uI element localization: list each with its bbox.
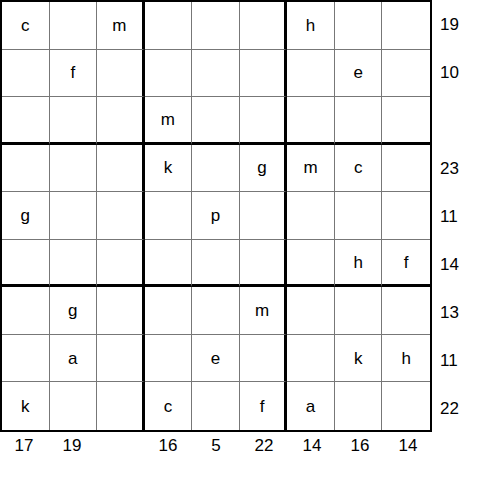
- sudoku-grid: cmhfemkgmcgphfgmaekhkcfa: [0, 0, 432, 432]
- grid-cell-r9c8[interactable]: [335, 382, 383, 430]
- grid-cell-r6c9[interactable]: f: [382, 240, 430, 288]
- cell-letter: c: [164, 398, 173, 415]
- cell-letter: c: [21, 17, 30, 34]
- cell-letter: h: [353, 254, 362, 271]
- grid-cell-r3c9[interactable]: [382, 97, 430, 145]
- grid-cell-r4c1[interactable]: [2, 145, 50, 193]
- row-clue-5: 11: [432, 192, 480, 240]
- grid-cell-r1c5[interactable]: [192, 2, 240, 50]
- grid-cell-r5c6[interactable]: [240, 192, 288, 240]
- grid-cell-r3c5[interactable]: [192, 97, 240, 145]
- cell-letter: p: [211, 207, 220, 224]
- column-clue-1: 17: [0, 432, 48, 480]
- grid-cell-r9c9[interactable]: [382, 382, 430, 430]
- column-clue-2: 19: [48, 432, 96, 480]
- grid-cell-r4c9[interactable]: [382, 145, 430, 193]
- grid-cell-r5c9[interactable]: [382, 192, 430, 240]
- grid-cell-r9c4[interactable]: c: [145, 382, 193, 430]
- cell-letter: h: [306, 17, 315, 34]
- column-clue-8: 16: [336, 432, 384, 480]
- grid-cell-r3c2[interactable]: [50, 97, 98, 145]
- grid-cell-r5c1[interactable]: g: [2, 192, 50, 240]
- grid-cell-r1c6[interactable]: [240, 2, 288, 50]
- cell-letter: g: [21, 207, 30, 224]
- grid-cell-r4c7[interactable]: m: [287, 145, 335, 193]
- column-clue-5: 5: [192, 432, 240, 480]
- cell-letter: c: [354, 159, 363, 176]
- grid-cell-r8c6[interactable]: [240, 335, 288, 383]
- grid-cell-r6c2[interactable]: [50, 240, 98, 288]
- cell-letter: k: [354, 350, 363, 367]
- grid-cell-r6c7[interactable]: [287, 240, 335, 288]
- cell-letter: k: [164, 159, 173, 176]
- grid-cell-r2c1[interactable]: [2, 50, 50, 98]
- grid-cell-r2c6[interactable]: [240, 50, 288, 98]
- cell-letter: m: [112, 17, 126, 34]
- grid-cell-r4c8[interactable]: c: [335, 145, 383, 193]
- grid-cell-r8c1[interactable]: [2, 335, 50, 383]
- cell-letter: f: [404, 254, 409, 271]
- row-clue-6: 14: [432, 240, 480, 288]
- grid-cell-r6c8[interactable]: h: [335, 240, 383, 288]
- cell-letter: k: [21, 398, 30, 415]
- grid-cell-r2c8[interactable]: e: [335, 50, 383, 98]
- grid-cell-r8c7[interactable]: [287, 335, 335, 383]
- grid-cell-r8c4[interactable]: [145, 335, 193, 383]
- grid-cell-r1c7[interactable]: h: [287, 2, 335, 50]
- row-clue-3: [432, 96, 480, 144]
- grid-cell-r7c9[interactable]: [382, 287, 430, 335]
- grid-cell-r2c2[interactable]: f: [50, 50, 98, 98]
- grid-cell-r7c5[interactable]: [192, 287, 240, 335]
- grid-cell-r5c5[interactable]: p: [192, 192, 240, 240]
- grid-cell-r3c6[interactable]: [240, 97, 288, 145]
- grid-cell-r8c2[interactable]: a: [50, 335, 98, 383]
- grid-cell-r5c8[interactable]: [335, 192, 383, 240]
- grid-cell-r9c1[interactable]: k: [2, 382, 50, 430]
- row-clues: 1910231114131122: [432, 0, 480, 432]
- grid-cell-r3c8[interactable]: [335, 97, 383, 145]
- grid-cell-r3c3[interactable]: [97, 97, 145, 145]
- grid-cell-r7c6[interactable]: m: [240, 287, 288, 335]
- row-clue-2: 10: [432, 48, 480, 96]
- grid-cell-r7c1[interactable]: [2, 287, 50, 335]
- grid-cell-r6c6[interactable]: [240, 240, 288, 288]
- cell-letter: g: [257, 159, 266, 176]
- grid-cell-r8c8[interactable]: k: [335, 335, 383, 383]
- grid-cell-r7c3[interactable]: [97, 287, 145, 335]
- grid-cell-r9c3[interactable]: [97, 382, 145, 430]
- column-clue-3: [96, 432, 144, 480]
- grid-cell-r7c7[interactable]: [287, 287, 335, 335]
- grid-cell-r5c3[interactable]: [97, 192, 145, 240]
- row-clue-7: 13: [432, 288, 480, 336]
- grid-cell-r2c9[interactable]: [382, 50, 430, 98]
- cell-letter: a: [306, 398, 315, 415]
- grid-cell-r9c5[interactable]: [192, 382, 240, 430]
- cell-letter: e: [211, 350, 220, 367]
- grid-cell-r2c3[interactable]: [97, 50, 145, 98]
- grid-cell-r9c7[interactable]: a: [287, 382, 335, 430]
- cell-letter: f: [260, 398, 265, 415]
- grid-cell-r8c5[interactable]: e: [192, 335, 240, 383]
- grid-cell-r4c5[interactable]: [192, 145, 240, 193]
- row-clue-9: 22: [432, 384, 480, 432]
- grid-cell-r1c9[interactable]: [382, 2, 430, 50]
- column-clues: 171916522141614: [0, 432, 432, 480]
- grid-cell-r5c2[interactable]: [50, 192, 98, 240]
- grid-cell-r2c7[interactable]: [287, 50, 335, 98]
- column-clue-6: 22: [240, 432, 288, 480]
- grid-cell-r7c8[interactable]: [335, 287, 383, 335]
- grid-cell-r7c4[interactable]: [145, 287, 193, 335]
- cell-letter: m: [304, 159, 318, 176]
- grid-cell-r9c6[interactable]: f: [240, 382, 288, 430]
- grid-cell-r4c2[interactable]: [50, 145, 98, 193]
- grid-cell-r2c4[interactable]: [145, 50, 193, 98]
- grid-cell-r3c4[interactable]: m: [145, 97, 193, 145]
- cell-letter: m: [255, 302, 269, 319]
- cell-letter: g: [68, 302, 77, 319]
- row-clue-1: 19: [432, 0, 480, 48]
- cell-letter: a: [68, 350, 77, 367]
- grid-cell-r9c2[interactable]: [50, 382, 98, 430]
- puzzle-board: cmhfemkgmcgphfgmaekhkcfa 191023111413112…: [0, 0, 480, 480]
- grid-cell-r1c2[interactable]: [50, 2, 98, 50]
- cell-letter: m: [161, 111, 175, 128]
- column-clue-9: 14: [384, 432, 432, 480]
- grid-cell-r4c3[interactable]: [97, 145, 145, 193]
- grid-cell-r4c4[interactable]: k: [145, 145, 193, 193]
- column-clue-7: 14: [288, 432, 336, 480]
- grid-cell-r6c5[interactable]: [192, 240, 240, 288]
- grid-cell-r5c7[interactable]: [287, 192, 335, 240]
- grid-cell-r2c5[interactable]: [192, 50, 240, 98]
- grid-cell-r4c6[interactable]: g: [240, 145, 288, 193]
- cell-letter: h: [401, 350, 410, 367]
- cell-letter: f: [70, 64, 75, 81]
- row-clue-8: 11: [432, 336, 480, 384]
- grid-cell-r1c3[interactable]: m: [97, 2, 145, 50]
- grid-cell-r3c7[interactable]: [287, 97, 335, 145]
- grid-cell-r6c3[interactable]: [97, 240, 145, 288]
- grid-cell-r1c8[interactable]: [335, 2, 383, 50]
- cell-letter: e: [353, 64, 362, 81]
- grid-cell-r7c2[interactable]: g: [50, 287, 98, 335]
- grid-cell-r5c4[interactable]: [145, 192, 193, 240]
- grid-cell-r6c4[interactable]: [145, 240, 193, 288]
- row-clue-4: 23: [432, 144, 480, 192]
- column-clue-4: 16: [144, 432, 192, 480]
- grid-cell-r8c3[interactable]: [97, 335, 145, 383]
- grid-cell-r8c9[interactable]: h: [382, 335, 430, 383]
- grid-cell-r1c4[interactable]: [145, 2, 193, 50]
- grid-cell-r3c1[interactable]: [2, 97, 50, 145]
- grid-cell-r6c1[interactable]: [2, 240, 50, 288]
- grid-cell-r1c1[interactable]: c: [2, 2, 50, 50]
